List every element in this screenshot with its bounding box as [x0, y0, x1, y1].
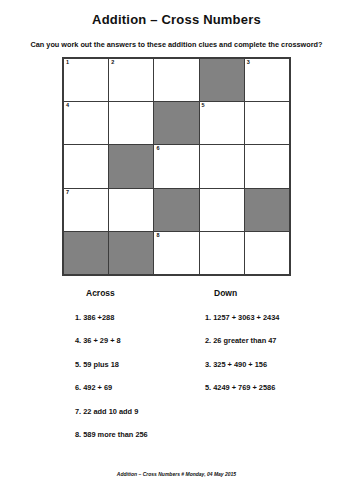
cell-r2c3-block [154, 102, 198, 144]
clue-number-2: 2 [111, 60, 114, 66]
cell-r5c2-block [109, 232, 153, 274]
clue-number-7: 7 [66, 190, 69, 196]
cell-r3c3[interactable]: 6 [154, 145, 198, 187]
instructions-text: Can you work out the answers to these ad… [0, 40, 353, 49]
cell-r2c2[interactable] [109, 102, 153, 144]
cell-r4c3-block [154, 189, 198, 231]
across-header: Across [86, 288, 148, 298]
cell-r4c5-block [245, 189, 289, 231]
cell-r5c5[interactable] [245, 232, 289, 274]
clue-number-1: 1 [66, 60, 69, 66]
cell-r3c2-block [109, 145, 153, 187]
cell-r3c5[interactable] [245, 145, 289, 187]
page-footer: Addition – Cross Numbers # Monday, 04 Ma… [0, 471, 353, 477]
down-list: 1. 1257 + 3063 + 24342. 26 greater than … [205, 313, 279, 393]
cell-r2c1[interactable]: 4 [64, 102, 108, 144]
across-clues-section: Across 1. 386 +2884. 36 + 29 + 85. 59 pl… [75, 288, 148, 439]
cell-r5c1-block [64, 232, 108, 274]
worksheet-page: Addition – Cross Numbers Can you work ou… [0, 0, 353, 500]
cell-r4c2[interactable] [109, 189, 153, 231]
down-header: Down [214, 288, 279, 298]
cell-r2c4[interactable]: 5 [200, 102, 244, 144]
clue-number-8: 8 [156, 233, 159, 239]
cell-r1c1[interactable]: 1 [64, 59, 108, 101]
clue-item-across-1: 1. 386 +288 [75, 313, 148, 322]
cell-r4c1[interactable]: 7 [64, 189, 108, 231]
clue-item-down-2: 2. 26 greater than 47 [205, 336, 279, 345]
clue-item-across-5: 5. 59 plus 18 [75, 360, 148, 369]
cell-r1c2[interactable]: 2 [109, 59, 153, 101]
cell-r4c4[interactable] [200, 189, 244, 231]
crossword-grid: 12345678 [62, 57, 291, 276]
clue-item-across-4: 4. 36 + 29 + 8 [75, 336, 148, 345]
cell-r3c1[interactable] [64, 145, 108, 187]
cell-r1c4-block [200, 59, 244, 101]
cell-r1c5[interactable]: 3 [245, 59, 289, 101]
clue-item-down-5: 5. 4249 + 769 + 2586 [205, 383, 279, 392]
clue-item-across-8: 8. 589 more than 256 [75, 430, 148, 439]
down-clues-section: Down 1. 1257 + 3063 + 24342. 26 greater … [205, 288, 279, 392]
clue-item-down-3: 3. 325 + 490 + 156 [205, 360, 279, 369]
cell-r1c3[interactable] [154, 59, 198, 101]
clue-item-across-6: 6. 492 + 69 [75, 383, 148, 392]
cell-r3c4[interactable] [200, 145, 244, 187]
clue-item-down-1: 1. 1257 + 3063 + 2434 [205, 313, 279, 322]
page-title: Addition – Cross Numbers [0, 12, 353, 27]
clue-number-3: 3 [247, 60, 250, 66]
cell-r5c3[interactable]: 8 [154, 232, 198, 274]
clue-number-6: 6 [156, 146, 159, 152]
cell-r2c5[interactable] [245, 102, 289, 144]
clue-item-across-7: 7. 22 add 10 add 9 [75, 407, 148, 416]
clue-number-5: 5 [202, 103, 205, 109]
clue-number-4: 4 [66, 103, 69, 109]
across-list: 1. 386 +2884. 36 + 29 + 85. 59 plus 186.… [75, 313, 148, 440]
cell-r5c4[interactable] [200, 232, 244, 274]
